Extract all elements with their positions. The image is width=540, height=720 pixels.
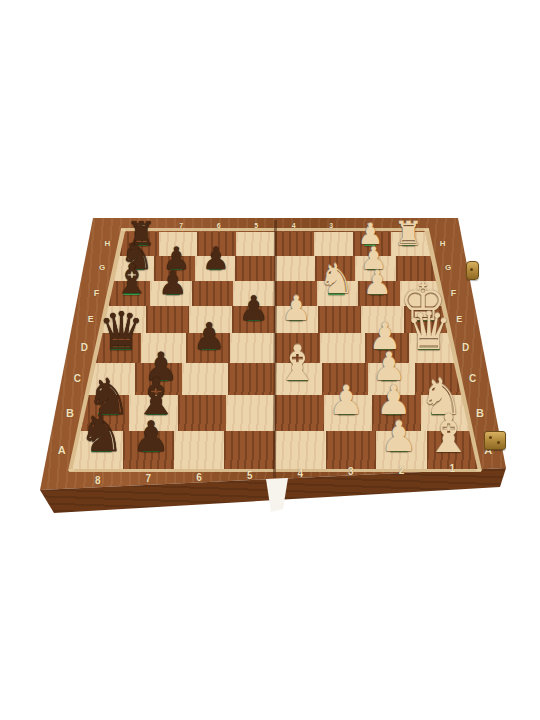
file-label-left-d: D [81,343,88,353]
rank-label-near-4: 4 [298,469,304,479]
square-c6 [182,363,229,395]
rank-label-near-5: 5 [247,471,253,481]
file-label-right-b: B [476,408,484,419]
file-label-right-c: C [469,374,476,384]
square-g5 [235,256,275,281]
chess-set-product-photo: 8765432187654321HHGGFFEEDDCCBBAA ♜♟♜♟♞♟♟… [0,0,540,720]
square-b4 [275,395,324,431]
piece-white-rook-h1: ♜ [392,217,425,250]
rank-label-near-2: 2 [399,466,405,476]
rank-label-far-5: 5 [254,222,258,229]
file-label-left-b: B [66,408,74,419]
square-f6 [192,281,234,306]
rank-label-near-6: 6 [196,473,202,483]
piece-white-pawn-e4: ♟ [279,291,313,325]
piece-white-pawn-a2: ♟ [378,416,420,458]
file-label-left-f: F [94,289,100,298]
square-b5 [226,395,275,431]
file-label-right-e: E [456,315,462,324]
piece-black-pawn-d6: ♟ [191,318,228,355]
square-g4 [275,256,315,281]
square-d3 [320,333,365,363]
file-label-right-f: F [451,289,457,298]
square-a6 [174,431,225,469]
piece-black-queen-d8: ♛ [95,305,147,357]
piece-black-pawn-f7: ♟ [156,266,189,299]
piece-black-knight-a8: ♞ [76,407,128,459]
file-label-left-a: A [58,445,66,456]
file-label-right-h: H [440,240,446,248]
file-label-right-g: G [445,264,451,272]
piece-black-bishop-f8: ♝ [111,259,152,300]
square-a3 [326,431,377,469]
piece-white-pawn-f2: ♟ [361,266,394,299]
square-a4 [275,431,326,469]
square-e7 [146,306,189,333]
rank-label-near-7: 7 [146,474,152,484]
square-h4 [275,232,314,256]
piece-white-bishop-c4: ♝ [273,339,322,388]
piece-white-queen-d1: ♛ [403,305,455,357]
file-label-right-d: D [462,343,469,353]
square-e3 [318,306,361,333]
piece-white-knight-f3: ♞ [316,259,357,300]
square-d5 [230,333,275,363]
square-a5 [224,431,275,469]
piece-black-pawn-g6: ♟ [200,243,231,274]
square-b6 [178,395,227,431]
rank-label-far-7: 7 [179,222,183,229]
square-h5 [236,232,275,256]
rank-label-far-6: 6 [217,222,221,229]
brass-latch-icon [484,431,506,450]
piece-white-pawn-b3: ♟ [326,380,366,420]
rank-label-far-3: 3 [329,222,333,229]
piece-black-pawn-a7: ♟ [130,416,172,458]
rank-label-near-8: 8 [95,476,101,486]
rank-label-near-3: 3 [348,467,354,477]
rank-label-far-4: 4 [292,222,296,229]
playing-area [0,0,540,720]
file-label-left-g: G [99,264,105,272]
brass-knob-icon [466,261,479,280]
rank-label-near-1: 1 [449,464,455,474]
file-label-left-c: C [74,374,81,384]
file-label-left-h: H [104,240,110,248]
square-c5 [228,363,275,395]
piece-white-bishop-a1: ♝ [422,407,475,460]
square-h3 [314,232,353,256]
file-label-left-e: E [88,315,94,324]
piece-black-pawn-e5: ♟ [237,291,271,325]
